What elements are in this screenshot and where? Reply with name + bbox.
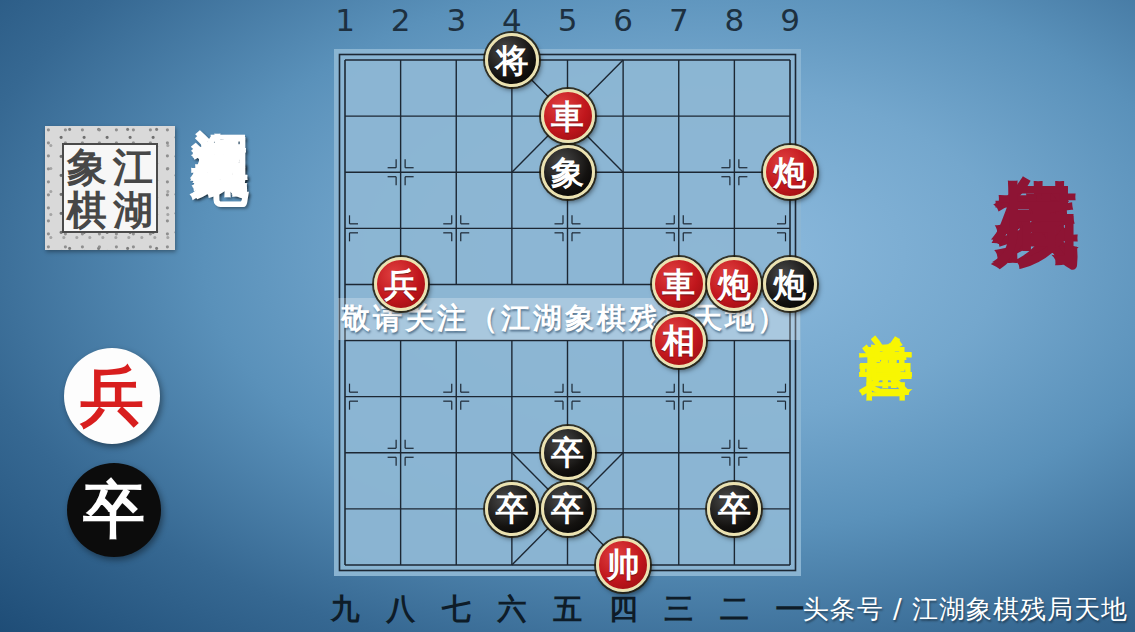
file-numeral-bottom: 八	[379, 590, 423, 630]
piece-glyph: 卒	[551, 492, 584, 525]
piece-black-卒[interactable]: 卒	[485, 482, 539, 536]
piece-glyph: 車	[662, 268, 695, 301]
file-numeral-bottom: 五	[546, 590, 590, 630]
file-number-top: 6	[601, 2, 645, 38]
file-numeral-bottom: 九	[323, 590, 367, 630]
footer-credit: 头条号 / 江湖象棋残局天地	[803, 592, 1128, 627]
piece-glyph: 兵	[384, 268, 417, 301]
seal-char: 湖	[110, 188, 156, 231]
file-number-top: 9	[768, 2, 812, 38]
file-numeral-bottom: 四	[601, 590, 645, 630]
piece-glyph: 炮	[718, 268, 751, 301]
file-numeral-bottom: 三	[657, 590, 701, 630]
seal-char: 象	[64, 145, 110, 188]
seal-char: 江	[110, 145, 156, 188]
red-pawn-badge: 兵	[64, 348, 160, 444]
file-numeral-bottom: 七	[434, 590, 478, 630]
file-number-top: 2	[379, 2, 423, 38]
piece-black-卒[interactable]: 卒	[707, 482, 761, 536]
file-number-top: 8	[712, 2, 756, 38]
piece-red-車[interactable]: 車	[541, 89, 595, 143]
piece-glyph: 炮	[774, 156, 807, 189]
file-numeral-bottom: 二	[712, 590, 756, 630]
file-number-top: 1	[323, 2, 367, 38]
black-pawn-badge-glyph: 卒	[83, 468, 145, 552]
piece-red-車[interactable]: 車	[652, 257, 706, 311]
seal-inner: 象 江 棋 湖	[62, 143, 158, 233]
piece-glyph: 帅	[607, 548, 640, 581]
piece-black-卒[interactable]: 卒	[541, 482, 595, 536]
piece-red-相[interactable]: 相	[652, 314, 706, 368]
piece-glyph: 炮	[774, 268, 807, 301]
piece-red-兵[interactable]: 兵	[374, 257, 428, 311]
piece-glyph: 卒	[718, 492, 751, 525]
piece-glyph: 象	[551, 156, 584, 189]
piece-glyph: 卒	[495, 492, 528, 525]
file-numeral-bottom: 六	[490, 590, 534, 630]
puzzle-name-vertical: 单兵连营	[858, 290, 916, 535]
file-number-top: 7	[657, 2, 701, 38]
seal-char: 棋	[64, 188, 110, 231]
piece-black-将[interactable]: 将	[485, 33, 539, 87]
black-pawn-badge: 卒	[67, 463, 161, 557]
piece-glyph: 卒	[551, 436, 584, 469]
right-title-vertical: 象棋残局	[985, 106, 1091, 476]
left-vertical-title: 江湖象棋残局天地	[185, 84, 257, 584]
red-pawn-badge-glyph: 兵	[80, 353, 144, 440]
file-numeral-bottom: 一	[768, 590, 812, 630]
piece-black-炮[interactable]: 炮	[763, 257, 817, 311]
page: 象 江 棋 湖 江湖象棋残局天地 兵 卒 敬请关注（江湖象棋残局天地） 象棋残局…	[0, 0, 1135, 632]
piece-red-帅[interactable]: 帅	[596, 538, 650, 592]
piece-red-炮[interactable]: 炮	[763, 145, 817, 199]
piece-black-卒[interactable]: 卒	[541, 426, 595, 480]
piece-black-象[interactable]: 象	[541, 145, 595, 199]
seal-logo: 象 江 棋 湖	[45, 126, 175, 250]
file-number-top: 3	[434, 2, 478, 38]
piece-glyph: 相	[662, 324, 695, 357]
file-number-top: 5	[546, 2, 590, 38]
piece-glyph: 将	[495, 44, 528, 77]
piece-glyph: 車	[551, 100, 584, 133]
